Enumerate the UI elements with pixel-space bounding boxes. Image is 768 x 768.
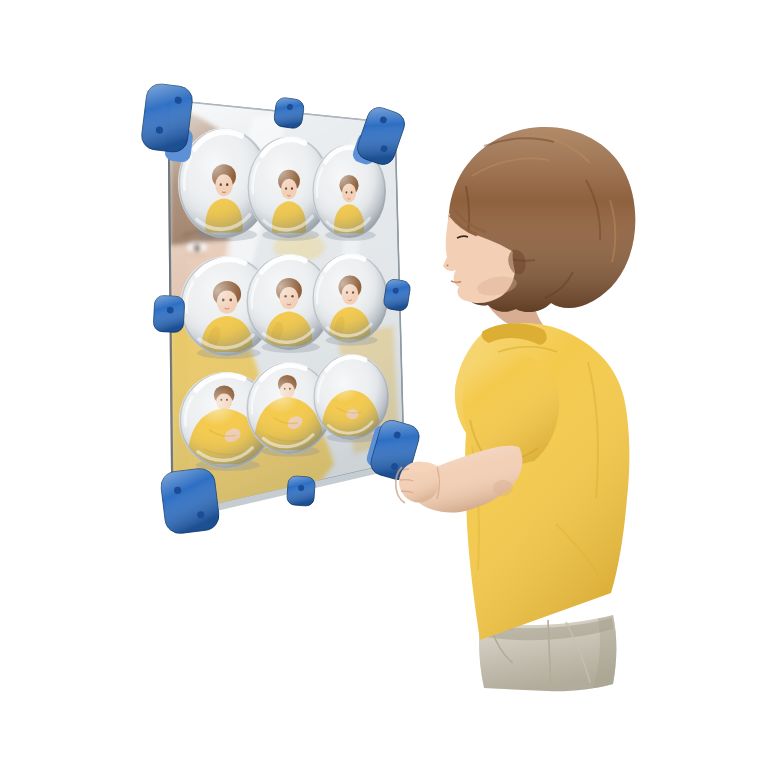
mount-right-center-clip bbox=[383, 278, 411, 311]
product-photo bbox=[0, 0, 768, 768]
mount-bottom-left-bracket bbox=[159, 467, 220, 535]
mount-bottom-center-clip bbox=[287, 476, 316, 507]
mount-left-center-clip bbox=[153, 295, 185, 333]
scene-canvas bbox=[0, 0, 768, 768]
elbow-shade bbox=[493, 480, 513, 496]
child-nostril bbox=[446, 264, 448, 266]
mount-top-center-clip bbox=[273, 97, 305, 130]
bubble-mirror bbox=[139, 82, 422, 535]
